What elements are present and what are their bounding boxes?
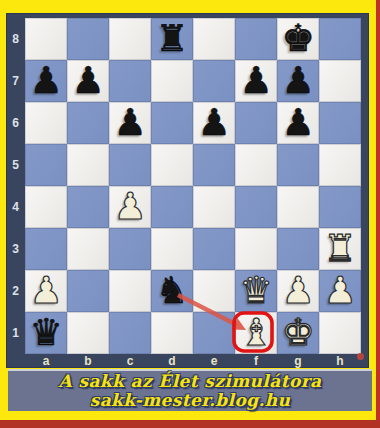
square-c5[interactable] (109, 144, 151, 186)
square-g4[interactable] (277, 186, 319, 228)
white-rook-h3: ♜ (323, 228, 356, 270)
rank-label-6: 6 (6, 102, 25, 144)
square-h1[interactable] (319, 312, 361, 354)
rank-label-8: 8 (6, 18, 25, 60)
file-label-e: e (193, 354, 235, 368)
square-d5[interactable] (151, 144, 193, 186)
square-f2[interactable]: ♛ (235, 270, 277, 312)
footer-panel: A sakk az Élet szimulátora sakk-mester.b… (8, 369, 372, 411)
footer-blog-url[interactable]: sakk-mester.blog.hu (90, 391, 291, 410)
square-c6[interactable]: ♟ (109, 102, 151, 144)
square-e4[interactable] (193, 186, 235, 228)
square-h5[interactable] (319, 144, 361, 186)
black-rook-d8: ♜ (155, 18, 188, 60)
square-h6[interactable] (319, 102, 361, 144)
file-label-f: f (235, 354, 277, 368)
square-b8[interactable] (67, 18, 109, 60)
square-e2[interactable] (193, 270, 235, 312)
white-pawn-a2: ♟ (29, 270, 62, 312)
white-king-g1: ♚ (281, 312, 314, 354)
square-f6[interactable] (235, 102, 277, 144)
black-pawn-b7: ♟ (71, 60, 104, 102)
square-b3[interactable] (67, 228, 109, 270)
square-c4[interactable]: ♟ (109, 186, 151, 228)
square-b2[interactable] (67, 270, 109, 312)
square-a7[interactable]: ♟ (25, 60, 67, 102)
black-pawn-c6: ♟ (113, 102, 146, 144)
square-h3[interactable]: ♜ (319, 228, 361, 270)
black-king-g8: ♚ (281, 18, 314, 60)
square-c7[interactable] (109, 60, 151, 102)
black-queen-a1: ♛ (29, 312, 62, 354)
white-pawn-c4: ♟ (113, 186, 146, 228)
file-label-h: h (319, 354, 361, 368)
file-label-c: c (109, 354, 151, 368)
footer-slogan: A sakk az Élet szimulátora (59, 372, 322, 391)
square-d8[interactable]: ♜ (151, 18, 193, 60)
square-b5[interactable] (67, 144, 109, 186)
square-d6[interactable] (151, 102, 193, 144)
square-f5[interactable] (235, 144, 277, 186)
square-f3[interactable] (235, 228, 277, 270)
square-a1[interactable]: ♛ (25, 312, 67, 354)
square-c1[interactable] (109, 312, 151, 354)
file-label-b: b (67, 354, 109, 368)
square-g6[interactable]: ♟ (277, 102, 319, 144)
board-frame: 87654321 ♜♚♟♟♟♟♟♟♟♟♜♟♞♛♟♟♛♝♚ abcdefgh (6, 13, 369, 368)
square-e7[interactable] (193, 60, 235, 102)
white-bishop-f1: ♝ (239, 312, 272, 354)
board-grid: ♜♚♟♟♟♟♟♟♟♟♜♟♞♛♟♟♛♝♚ (25, 18, 361, 354)
red-dot-icon (357, 353, 364, 360)
square-e3[interactable] (193, 228, 235, 270)
square-e1[interactable] (193, 312, 235, 354)
square-b4[interactable] (67, 186, 109, 228)
chess-diagram: 87654321 ♜♚♟♟♟♟♟♟♟♟♜♟♞♛♟♟♛♝♚ abcdefgh A … (0, 0, 380, 428)
square-e6[interactable]: ♟ (193, 102, 235, 144)
square-a3[interactable] (25, 228, 67, 270)
black-pawn-e6: ♟ (197, 102, 230, 144)
white-pawn-g2: ♟ (281, 270, 314, 312)
file-label-d: d (151, 354, 193, 368)
square-g1[interactable]: ♚ (277, 312, 319, 354)
square-a4[interactable] (25, 186, 67, 228)
black-pawn-g7: ♟ (281, 60, 314, 102)
square-g3[interactable] (277, 228, 319, 270)
square-f7[interactable]: ♟ (235, 60, 277, 102)
square-b6[interactable] (67, 102, 109, 144)
square-g2[interactable]: ♟ (277, 270, 319, 312)
square-e8[interactable] (193, 18, 235, 60)
square-g5[interactable] (277, 144, 319, 186)
square-f8[interactable] (235, 18, 277, 60)
rank-label-2: 2 (6, 270, 25, 312)
white-queen-f2: ♛ (239, 270, 272, 312)
black-knight-d2: ♞ (155, 270, 188, 312)
black-pawn-g6: ♟ (281, 102, 314, 144)
square-h7[interactable] (319, 60, 361, 102)
rank-label-1: 1 (6, 312, 25, 354)
file-label-a: a (25, 354, 67, 368)
file-labels: abcdefgh (25, 354, 361, 368)
square-d2[interactable]: ♞ (151, 270, 193, 312)
rank-label-4: 4 (6, 186, 25, 228)
square-a2[interactable]: ♟ (25, 270, 67, 312)
white-pawn-h2: ♟ (323, 270, 356, 312)
square-e5[interactable] (193, 144, 235, 186)
rank-label-3: 3 (6, 228, 25, 270)
square-b1[interactable] (67, 312, 109, 354)
square-a8[interactable] (25, 18, 67, 60)
square-f4[interactable] (235, 186, 277, 228)
square-h2[interactable]: ♟ (319, 270, 361, 312)
square-c2[interactable] (109, 270, 151, 312)
square-h8[interactable] (319, 18, 361, 60)
red-border-right (376, 0, 380, 428)
square-a5[interactable] (25, 144, 67, 186)
file-label-g: g (277, 354, 319, 368)
black-pawn-f7: ♟ (239, 60, 272, 102)
square-d1[interactable] (151, 312, 193, 354)
square-c3[interactable] (109, 228, 151, 270)
square-h4[interactable] (319, 186, 361, 228)
square-b7[interactable]: ♟ (67, 60, 109, 102)
rank-label-7: 7 (6, 60, 25, 102)
square-d3[interactable] (151, 228, 193, 270)
square-d4[interactable] (151, 186, 193, 228)
square-a6[interactable] (25, 102, 67, 144)
rank-labels: 87654321 (6, 18, 25, 354)
square-d7[interactable] (151, 60, 193, 102)
square-f1[interactable]: ♝ (235, 312, 277, 354)
square-g7[interactable]: ♟ (277, 60, 319, 102)
rank-label-5: 5 (6, 144, 25, 186)
black-pawn-a7: ♟ (29, 60, 62, 102)
red-border-bottom (0, 420, 380, 428)
square-c8[interactable] (109, 18, 151, 60)
square-g8[interactable]: ♚ (277, 18, 319, 60)
